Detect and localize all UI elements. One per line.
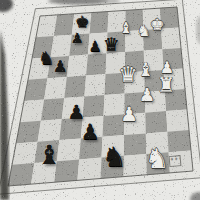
piece-white-queen: ♛ xyxy=(118,64,137,86)
piece-black-queen: ♛ xyxy=(103,36,120,55)
piece-black-pawn: ♟ xyxy=(89,39,102,53)
piece-black-pawn: ♟ xyxy=(81,121,100,142)
piece-white-bishop: ♝ xyxy=(138,61,155,80)
piece-white-rook: ♜ xyxy=(157,75,175,95)
piece-black-bishop: ♝ xyxy=(37,142,61,169)
piece-black-pawn: ♟ xyxy=(71,32,83,46)
piece-white-bishop: ♝ xyxy=(119,21,132,36)
pieces-layer: ♚♟♟♛♞♟♟♟♝♞♚♝♞♟♝♛♜♟♟♞ xyxy=(0,0,200,200)
piece-black-king: ♚ xyxy=(75,14,89,30)
piece-white-pawn: ♟ xyxy=(139,86,155,104)
piece-white-pawn: ♟ xyxy=(120,105,138,125)
piece-white-knight: ♞ xyxy=(145,145,170,172)
piece-white-knight: ♞ xyxy=(137,24,151,40)
piece-black-knight: ♞ xyxy=(38,49,54,67)
piece-black-pawn: ♟ xyxy=(53,59,67,75)
photo-stage: ♚♟♟♛♞♟♟♟♝♞♚♝♞♟♝♛♜♟♟♞ ♦♦♦♦♦♦ xyxy=(0,0,200,200)
piece-white-king: ♚ xyxy=(150,17,165,33)
die-object: ♦♦♦♦♦♦ xyxy=(169,155,182,167)
piece-black-knight: ♞ xyxy=(102,143,126,170)
